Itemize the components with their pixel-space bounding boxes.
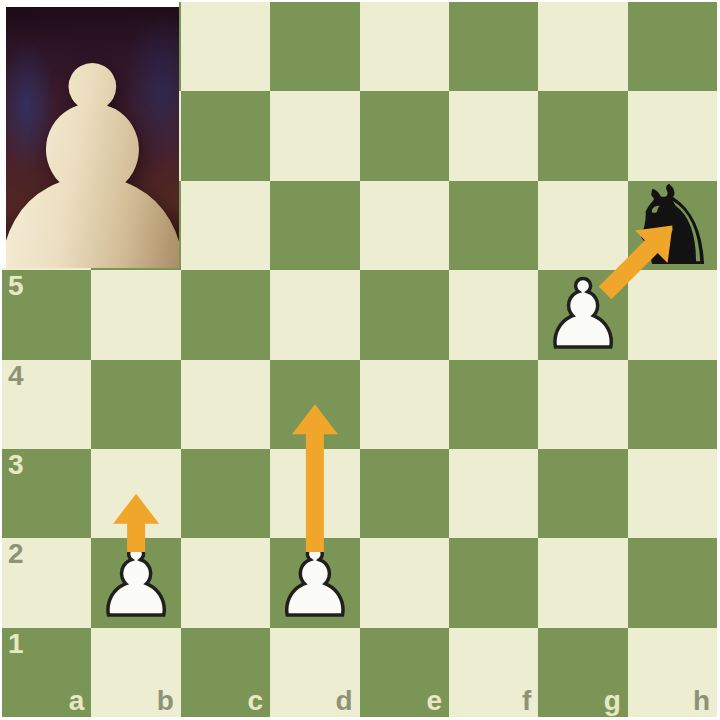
file-label-f: f [522, 687, 531, 715]
square-g6[interactable] [538, 181, 627, 270]
square-f4[interactable] [449, 360, 538, 449]
square-g1[interactable]: g [538, 628, 627, 717]
piece-white-pawn-b2[interactable]: ♟ [91, 538, 180, 627]
square-d8[interactable] [270, 2, 359, 91]
pawn-photo: ♟ [6, 7, 179, 268]
rank-label-4: 4 [8, 362, 24, 390]
square-e1[interactable]: e [360, 628, 449, 717]
square-c7[interactable] [181, 91, 270, 180]
file-label-a: a [69, 687, 85, 715]
square-e3[interactable] [360, 449, 449, 538]
file-label-b: b [157, 687, 174, 715]
square-f6[interactable] [449, 181, 538, 270]
square-e4[interactable] [360, 360, 449, 449]
square-h8[interactable] [628, 2, 717, 91]
square-d6[interactable] [270, 181, 359, 270]
square-c1[interactable]: c [181, 628, 270, 717]
rank-label-5: 5 [8, 272, 24, 300]
square-e6[interactable] [360, 181, 449, 270]
square-d5[interactable] [270, 270, 359, 359]
file-label-h: h [693, 687, 710, 715]
square-d3[interactable] [270, 449, 359, 538]
photo-pawn-figure: ♟ [6, 7, 179, 268]
square-e5[interactable] [360, 270, 449, 359]
square-d4[interactable] [270, 360, 359, 449]
square-a1[interactable]: 1a [2, 628, 91, 717]
square-c6[interactable] [181, 181, 270, 270]
square-c5[interactable] [181, 270, 270, 359]
square-a5[interactable]: 5 [2, 270, 91, 359]
rank-label-2: 2 [8, 540, 24, 568]
file-label-d: d [335, 687, 352, 715]
square-c4[interactable] [181, 360, 270, 449]
file-label-g: g [604, 687, 621, 715]
square-d7[interactable] [270, 91, 359, 180]
square-e2[interactable] [360, 538, 449, 627]
square-b5[interactable] [91, 270, 180, 359]
square-f3[interactable] [449, 449, 538, 538]
square-f5[interactable] [449, 270, 538, 359]
square-e8[interactable] [360, 2, 449, 91]
square-g2[interactable] [538, 538, 627, 627]
square-c8[interactable] [181, 2, 270, 91]
square-g8[interactable] [538, 2, 627, 91]
pawn-photo-frame: ♟ [0, 0, 179, 268]
square-a2[interactable]: 2 [2, 538, 91, 627]
file-label-e: e [426, 687, 442, 715]
piece-black-knight-h6[interactable]: ♞ [628, 181, 717, 270]
square-h2[interactable] [628, 538, 717, 627]
square-f7[interactable] [449, 91, 538, 180]
square-g7[interactable] [538, 91, 627, 180]
square-b4[interactable] [91, 360, 180, 449]
square-b1[interactable]: b [91, 628, 180, 717]
square-f2[interactable] [449, 538, 538, 627]
file-label-c: c [248, 687, 264, 715]
square-h3[interactable] [628, 449, 717, 538]
square-a4[interactable]: 4 [2, 360, 91, 449]
square-h1[interactable]: h [628, 628, 717, 717]
square-c3[interactable] [181, 449, 270, 538]
square-e7[interactable] [360, 91, 449, 180]
square-a3[interactable]: 3 [2, 449, 91, 538]
square-f8[interactable] [449, 2, 538, 91]
square-f1[interactable]: f [449, 628, 538, 717]
square-d1[interactable]: d [270, 628, 359, 717]
square-g3[interactable] [538, 449, 627, 538]
square-h4[interactable] [628, 360, 717, 449]
square-g4[interactable] [538, 360, 627, 449]
square-c2[interactable] [181, 538, 270, 627]
piece-white-pawn-d2[interactable]: ♟ [270, 538, 359, 627]
rank-label-1: 1 [8, 630, 24, 658]
rank-label-3: 3 [8, 451, 24, 479]
piece-white-pawn-g5[interactable]: ♟ [538, 270, 627, 359]
square-b3[interactable] [91, 449, 180, 538]
